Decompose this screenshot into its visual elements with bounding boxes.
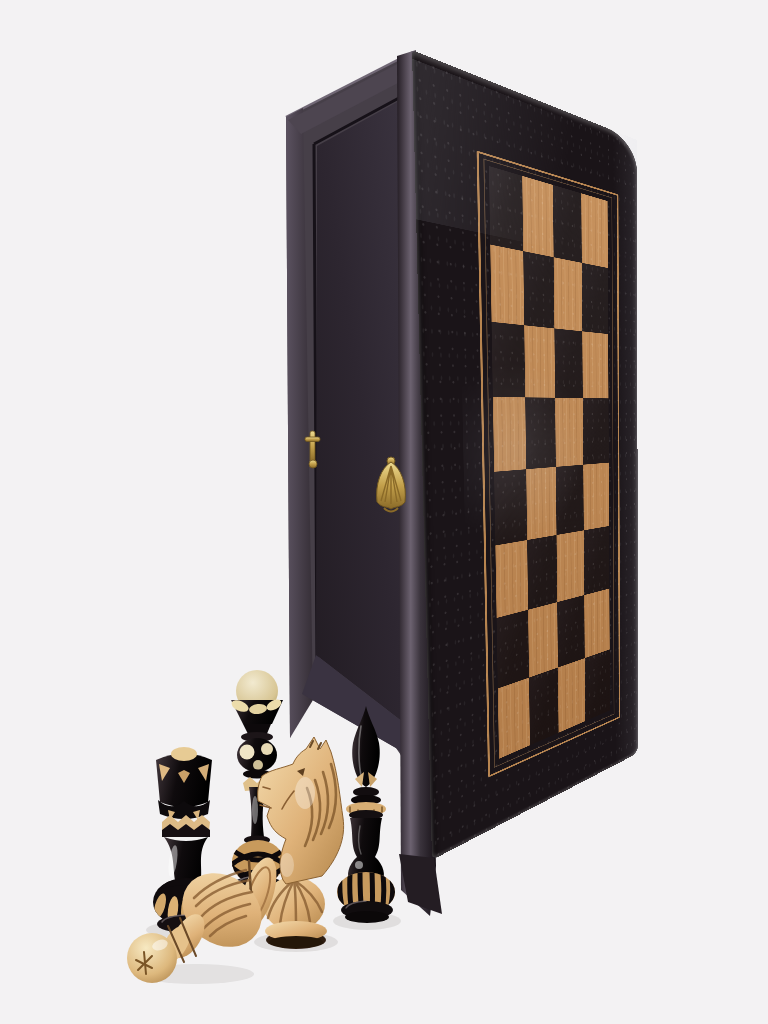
light-square [524, 325, 555, 398]
light-square [493, 397, 526, 472]
piece-black-bishop [337, 706, 395, 923]
dark-square [557, 595, 584, 668]
light-square [526, 467, 556, 540]
light-square [555, 398, 583, 467]
foreground-pieces [100, 640, 460, 1024]
product-photo [0, 0, 768, 1024]
dark-square [529, 668, 559, 746]
light-square [581, 193, 608, 268]
light-square [583, 463, 609, 531]
light-square [490, 244, 524, 324]
lid-recess-panel [316, 96, 408, 726]
light-square [498, 678, 530, 759]
light-square [522, 176, 553, 257]
dark-square [582, 263, 608, 334]
dark-square [523, 251, 554, 328]
dark-square [583, 398, 609, 464]
dark-square [585, 650, 610, 722]
dark-square [556, 465, 584, 535]
light-square [584, 588, 609, 658]
dark-square [494, 469, 527, 545]
dark-square [553, 185, 582, 263]
light-square [495, 540, 528, 618]
board-foot [399, 854, 442, 914]
light-square [554, 257, 583, 331]
dark-square [492, 321, 526, 397]
light-square [582, 331, 608, 399]
light-square [528, 602, 558, 678]
piece-white-pawn-lying [127, 853, 284, 983]
light-square [558, 658, 585, 732]
dark-square [525, 398, 556, 470]
light-square [557, 530, 585, 602]
dark-square [489, 166, 523, 251]
board-grid [489, 166, 610, 759]
dark-square [527, 535, 557, 610]
dark-square [497, 609, 529, 688]
dark-square [584, 526, 610, 595]
dark-square [554, 328, 582, 398]
